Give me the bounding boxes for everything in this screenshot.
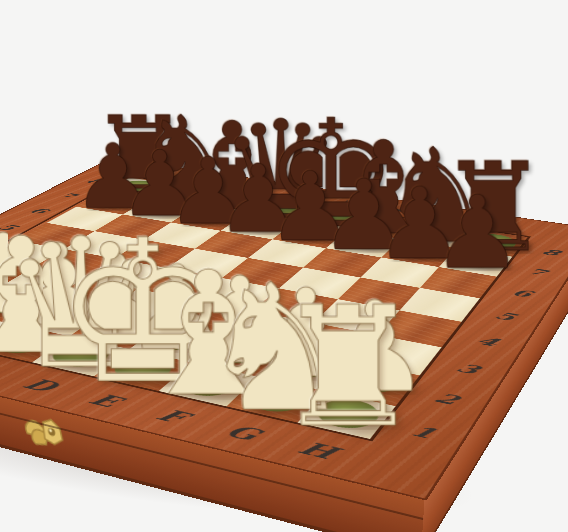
photo-stage: ABCDEFGHABCDEFGH1234567812345678♜♞♝♛♚♝♞♜… <box>0 0 568 532</box>
brass-clasp-icon <box>19 403 69 461</box>
board: ABCDEFGHABCDEFGH1234567812345678♜♞♝♛♚♝♞♜… <box>0 158 568 498</box>
